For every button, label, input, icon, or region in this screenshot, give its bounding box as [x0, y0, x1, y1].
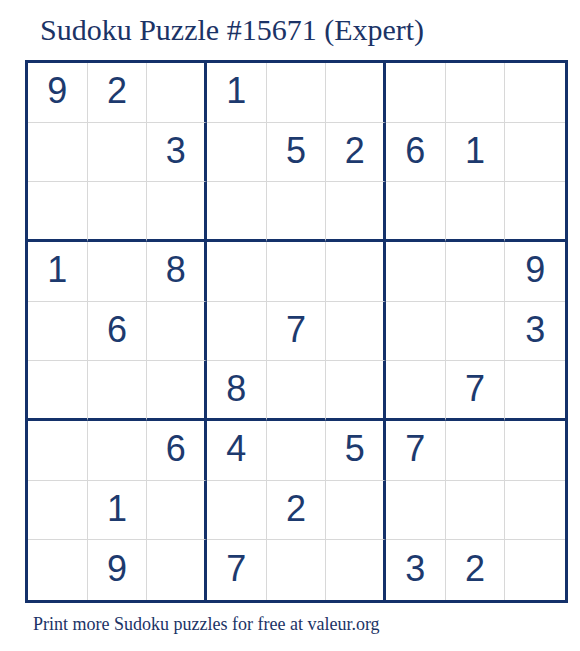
cell-r5c6[interactable]: [326, 302, 386, 362]
cell-r5c2[interactable]: 6: [88, 302, 148, 362]
cell-r3c6[interactable]: [326, 182, 386, 242]
cell-r7c9[interactable]: [505, 421, 565, 481]
cell-r4c3[interactable]: 8: [147, 242, 207, 302]
cell-r5c9[interactable]: 3: [505, 302, 565, 362]
cell-r1c1[interactable]: 9: [28, 63, 88, 123]
cell-r1c7[interactable]: [386, 63, 446, 123]
cell-r7c2[interactable]: [88, 421, 148, 481]
cell-r1c3[interactable]: [147, 63, 207, 123]
cell-r8c5[interactable]: 2: [267, 481, 327, 541]
cell-r8c4[interactable]: [207, 481, 267, 541]
cell-r2c9[interactable]: [505, 123, 565, 183]
cell-r6c2[interactable]: [88, 361, 148, 421]
cell-r3c9[interactable]: [505, 182, 565, 242]
cell-r6c6[interactable]: [326, 361, 386, 421]
cell-r5c4[interactable]: [207, 302, 267, 362]
cell-r6c9[interactable]: [505, 361, 565, 421]
cell-r4c1[interactable]: 1: [28, 242, 88, 302]
cell-r5c1[interactable]: [28, 302, 88, 362]
cell-r2c2[interactable]: [88, 123, 148, 183]
cell-r4c2[interactable]: [88, 242, 148, 302]
cell-r8c2[interactable]: 1: [88, 481, 148, 541]
cell-r2c6[interactable]: 2: [326, 123, 386, 183]
cell-r7c5[interactable]: [267, 421, 327, 481]
cell-r6c1[interactable]: [28, 361, 88, 421]
cell-r2c7[interactable]: 6: [386, 123, 446, 183]
cell-r6c4[interactable]: 8: [207, 361, 267, 421]
cell-r9c5[interactable]: [267, 540, 327, 600]
page-title: Sudoku Puzzle #15671 (Expert): [40, 13, 424, 46]
cell-r2c3[interactable]: 3: [147, 123, 207, 183]
cell-r3c4[interactable]: [207, 182, 267, 242]
cell-r8c9[interactable]: [505, 481, 565, 541]
cell-r9c4[interactable]: 7: [207, 540, 267, 600]
cell-r4c6[interactable]: [326, 242, 386, 302]
cell-r9c1[interactable]: [28, 540, 88, 600]
cell-r1c4[interactable]: 1: [207, 63, 267, 123]
cell-r1c5[interactable]: [267, 63, 327, 123]
cell-r4c4[interactable]: [207, 242, 267, 302]
cell-r9c7[interactable]: 3: [386, 540, 446, 600]
cell-r3c3[interactable]: [147, 182, 207, 242]
cell-r7c7[interactable]: 7: [386, 421, 446, 481]
cell-r7c6[interactable]: 5: [326, 421, 386, 481]
cell-r4c5[interactable]: [267, 242, 327, 302]
cell-r2c4[interactable]: [207, 123, 267, 183]
cell-r6c5[interactable]: [267, 361, 327, 421]
cell-r9c2[interactable]: 9: [88, 540, 148, 600]
cell-r4c8[interactable]: [446, 242, 506, 302]
cell-r3c8[interactable]: [446, 182, 506, 242]
cell-r1c8[interactable]: [446, 63, 506, 123]
cell-r6c8[interactable]: 7: [446, 361, 506, 421]
cell-r3c1[interactable]: [28, 182, 88, 242]
cell-r3c2[interactable]: [88, 182, 148, 242]
cell-r4c9[interactable]: 9: [505, 242, 565, 302]
cell-r1c2[interactable]: 2: [88, 63, 148, 123]
cell-r2c1[interactable]: [28, 123, 88, 183]
cell-r8c6[interactable]: [326, 481, 386, 541]
cell-r3c5[interactable]: [267, 182, 327, 242]
cell-r9c8[interactable]: 2: [446, 540, 506, 600]
cell-r6c7[interactable]: [386, 361, 446, 421]
cell-r8c8[interactable]: [446, 481, 506, 541]
cell-r9c3[interactable]: [147, 540, 207, 600]
cell-r5c3[interactable]: [147, 302, 207, 362]
cell-r5c7[interactable]: [386, 302, 446, 362]
cell-r4c7[interactable]: [386, 242, 446, 302]
cell-r7c1[interactable]: [28, 421, 88, 481]
cell-r9c6[interactable]: [326, 540, 386, 600]
cell-r7c4[interactable]: 4: [207, 421, 267, 481]
cell-r2c5[interactable]: 5: [267, 123, 327, 183]
cell-r2c8[interactable]: 1: [446, 123, 506, 183]
cell-r1c6[interactable]: [326, 63, 386, 123]
cell-r7c8[interactable]: [446, 421, 506, 481]
cell-r5c5[interactable]: 7: [267, 302, 327, 362]
cell-r1c9[interactable]: [505, 63, 565, 123]
footer-note: Print more Sudoku puzzles for free at va…: [33, 614, 380, 635]
cell-r8c7[interactable]: [386, 481, 446, 541]
cell-r8c1[interactable]: [28, 481, 88, 541]
cell-r5c8[interactable]: [446, 302, 506, 362]
cell-r6c3[interactable]: [147, 361, 207, 421]
cell-r7c3[interactable]: 6: [147, 421, 207, 481]
cell-r3c7[interactable]: [386, 182, 446, 242]
cell-r9c9[interactable]: [505, 540, 565, 600]
cell-r8c3[interactable]: [147, 481, 207, 541]
sudoku-board: 92135261189673876457129732: [25, 60, 568, 603]
